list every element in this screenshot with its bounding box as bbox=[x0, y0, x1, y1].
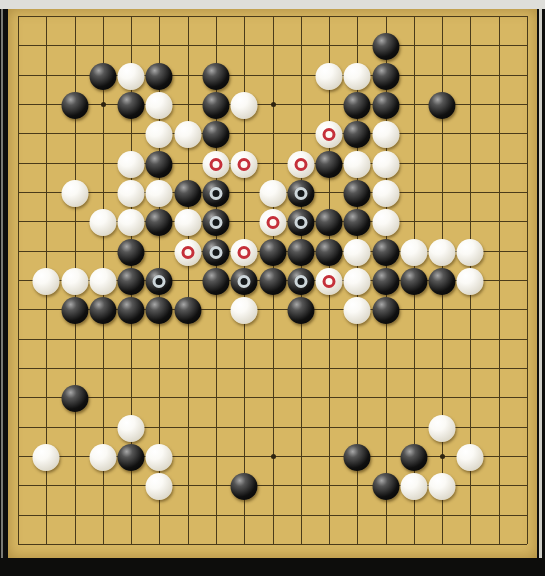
black-stone-3-2[interactable] bbox=[89, 63, 116, 90]
black-stone-5-7[interactable] bbox=[146, 209, 173, 236]
black-stone-11-5[interactable] bbox=[316, 151, 343, 178]
dead-stone-marker-ring bbox=[294, 187, 307, 200]
grid-line-horizontal bbox=[18, 515, 527, 516]
black-stone-10-8[interactable] bbox=[287, 239, 314, 266]
white-stone-4-7[interactable] bbox=[118, 209, 145, 236]
dead-stone-marker-ring bbox=[323, 128, 336, 141]
white-stone-3-9[interactable] bbox=[89, 268, 116, 295]
black-stone-5-2[interactable] bbox=[146, 63, 173, 90]
dead-stone-marker-ring bbox=[209, 187, 222, 200]
grid-line-vertical bbox=[499, 16, 500, 544]
white-stone-8-5[interactable] bbox=[231, 151, 258, 178]
white-stone-12-10[interactable] bbox=[344, 297, 371, 324]
black-stone-6-6[interactable] bbox=[174, 180, 201, 207]
black-stone-8-16[interactable] bbox=[231, 473, 258, 500]
black-stone-12-4[interactable] bbox=[344, 121, 371, 148]
white-stone-6-7[interactable] bbox=[174, 209, 201, 236]
white-stone-11-9[interactable] bbox=[316, 268, 343, 295]
white-stone-12-9[interactable] bbox=[344, 268, 371, 295]
black-stone-7-2[interactable] bbox=[202, 63, 229, 90]
white-stone-4-2[interactable] bbox=[118, 63, 145, 90]
white-stone-15-16[interactable] bbox=[429, 473, 456, 500]
black-stone-2-3[interactable] bbox=[61, 92, 88, 119]
black-stone-10-7[interactable] bbox=[287, 209, 314, 236]
star-point bbox=[271, 454, 276, 459]
black-stone-13-9[interactable] bbox=[372, 268, 399, 295]
go-board[interactable] bbox=[8, 9, 537, 558]
black-stone-5-9[interactable] bbox=[146, 268, 173, 295]
white-stone-1-15[interactable] bbox=[33, 444, 60, 471]
black-stone-8-9[interactable] bbox=[231, 268, 258, 295]
dead-stone-marker-ring bbox=[153, 275, 166, 288]
white-stone-6-4[interactable] bbox=[174, 121, 201, 148]
grid-line-vertical bbox=[527, 16, 528, 544]
dead-stone-marker-ring bbox=[209, 158, 222, 171]
black-stone-7-4[interactable] bbox=[202, 121, 229, 148]
white-stone-5-16[interactable] bbox=[146, 473, 173, 500]
white-stone-7-5[interactable] bbox=[202, 151, 229, 178]
black-stone-4-8[interactable] bbox=[118, 239, 145, 266]
white-stone-9-7[interactable] bbox=[259, 209, 286, 236]
white-stone-13-6[interactable] bbox=[372, 180, 399, 207]
white-stone-9-6[interactable] bbox=[259, 180, 286, 207]
white-stone-13-7[interactable] bbox=[372, 209, 399, 236]
white-stone-3-15[interactable] bbox=[89, 444, 116, 471]
dead-stone-marker-ring bbox=[294, 275, 307, 288]
white-stone-2-9[interactable] bbox=[61, 268, 88, 295]
white-stone-8-8[interactable] bbox=[231, 239, 258, 266]
dead-stone-marker-ring bbox=[209, 216, 222, 229]
black-stone-14-9[interactable] bbox=[400, 268, 427, 295]
dead-stone-marker-ring bbox=[238, 275, 251, 288]
white-stone-12-5[interactable] bbox=[344, 151, 371, 178]
white-stone-12-8[interactable] bbox=[344, 239, 371, 266]
white-stone-8-10[interactable] bbox=[231, 297, 258, 324]
dead-stone-marker-ring bbox=[238, 158, 251, 171]
black-stone-2-10[interactable] bbox=[61, 297, 88, 324]
black-stone-12-6[interactable] bbox=[344, 180, 371, 207]
black-stone-14-15[interactable] bbox=[400, 444, 427, 471]
left-edge-highlight bbox=[1, 9, 3, 558]
white-stone-13-4[interactable] bbox=[372, 121, 399, 148]
black-stone-13-1[interactable] bbox=[372, 33, 399, 60]
white-stone-10-5[interactable] bbox=[287, 151, 314, 178]
white-stone-5-15[interactable] bbox=[146, 444, 173, 471]
white-stone-11-2[interactable] bbox=[316, 63, 343, 90]
black-stone-9-8[interactable] bbox=[259, 239, 286, 266]
black-stone-12-3[interactable] bbox=[344, 92, 371, 119]
black-stone-4-9[interactable] bbox=[118, 268, 145, 295]
grid-line-horizontal bbox=[18, 544, 527, 545]
black-stone-6-10[interactable] bbox=[174, 297, 201, 324]
white-stone-1-9[interactable] bbox=[33, 268, 60, 295]
white-stone-16-15[interactable] bbox=[457, 444, 484, 471]
black-stone-13-3[interactable] bbox=[372, 92, 399, 119]
white-stone-16-8[interactable] bbox=[457, 239, 484, 266]
white-stone-16-9[interactable] bbox=[457, 268, 484, 295]
black-stone-15-3[interactable] bbox=[429, 92, 456, 119]
white-stone-3-7[interactable] bbox=[89, 209, 116, 236]
grid-line-horizontal bbox=[18, 339, 527, 340]
dead-stone-marker-ring bbox=[209, 246, 222, 259]
black-stone-4-15[interactable] bbox=[118, 444, 145, 471]
white-stone-5-4[interactable] bbox=[146, 121, 173, 148]
black-stone-7-3[interactable] bbox=[202, 92, 229, 119]
white-stone-4-5[interactable] bbox=[118, 151, 145, 178]
black-stone-2-13[interactable] bbox=[61, 385, 88, 412]
black-stone-7-8[interactable] bbox=[202, 239, 229, 266]
dead-stone-marker-ring bbox=[238, 246, 251, 259]
black-stone-5-5[interactable] bbox=[146, 151, 173, 178]
white-stone-11-4[interactable] bbox=[316, 121, 343, 148]
black-stone-5-10[interactable] bbox=[146, 297, 173, 324]
dead-stone-marker-ring bbox=[181, 246, 194, 259]
black-stone-11-8[interactable] bbox=[316, 239, 343, 266]
star-point bbox=[440, 454, 445, 459]
black-stone-7-7[interactable] bbox=[202, 209, 229, 236]
black-stone-12-7[interactable] bbox=[344, 209, 371, 236]
black-stone-9-9[interactable] bbox=[259, 268, 286, 295]
star-point bbox=[271, 102, 276, 107]
white-stone-13-5[interactable] bbox=[372, 151, 399, 178]
dead-stone-marker-ring bbox=[294, 158, 307, 171]
white-stone-15-14[interactable] bbox=[429, 415, 456, 442]
white-stone-2-6[interactable] bbox=[61, 180, 88, 207]
white-stone-14-8[interactable] bbox=[400, 239, 427, 266]
white-stone-6-8[interactable] bbox=[174, 239, 201, 266]
dead-stone-marker-ring bbox=[266, 216, 279, 229]
black-stone-10-6[interactable] bbox=[287, 180, 314, 207]
dead-stone-marker-ring bbox=[323, 275, 336, 288]
grid-line-horizontal bbox=[18, 397, 527, 398]
black-stone-7-6[interactable] bbox=[202, 180, 229, 207]
white-stone-14-16[interactable] bbox=[400, 473, 427, 500]
video-frame bbox=[0, 0, 545, 576]
white-stone-12-2[interactable] bbox=[344, 63, 371, 90]
black-stone-10-9[interactable] bbox=[287, 268, 314, 295]
black-stone-10-10[interactable] bbox=[287, 297, 314, 324]
black-stone-3-10[interactable] bbox=[89, 297, 116, 324]
black-stone-7-9[interactable] bbox=[202, 268, 229, 295]
black-stone-11-7[interactable] bbox=[316, 209, 343, 236]
white-stone-15-8[interactable] bbox=[429, 239, 456, 266]
black-stone-15-9[interactable] bbox=[429, 268, 456, 295]
white-stone-8-3[interactable] bbox=[231, 92, 258, 119]
black-stone-13-16[interactable] bbox=[372, 473, 399, 500]
star-point bbox=[101, 102, 106, 107]
black-stone-13-8[interactable] bbox=[372, 239, 399, 266]
black-stone-4-10[interactable] bbox=[118, 297, 145, 324]
right-edge-highlight bbox=[539, 9, 542, 558]
white-stone-5-3[interactable] bbox=[146, 92, 173, 119]
black-stone-4-3[interactable] bbox=[118, 92, 145, 119]
white-stone-5-6[interactable] bbox=[146, 180, 173, 207]
black-stone-13-10[interactable] bbox=[372, 297, 399, 324]
black-stone-13-2[interactable] bbox=[372, 63, 399, 90]
white-stone-4-14[interactable] bbox=[118, 415, 145, 442]
grid-line-horizontal bbox=[18, 368, 527, 369]
dead-stone-marker-ring bbox=[294, 216, 307, 229]
go-grid bbox=[18, 16, 527, 544]
white-stone-4-6[interactable] bbox=[118, 180, 145, 207]
black-stone-12-15[interactable] bbox=[344, 444, 371, 471]
window-top-strip bbox=[0, 0, 545, 9]
